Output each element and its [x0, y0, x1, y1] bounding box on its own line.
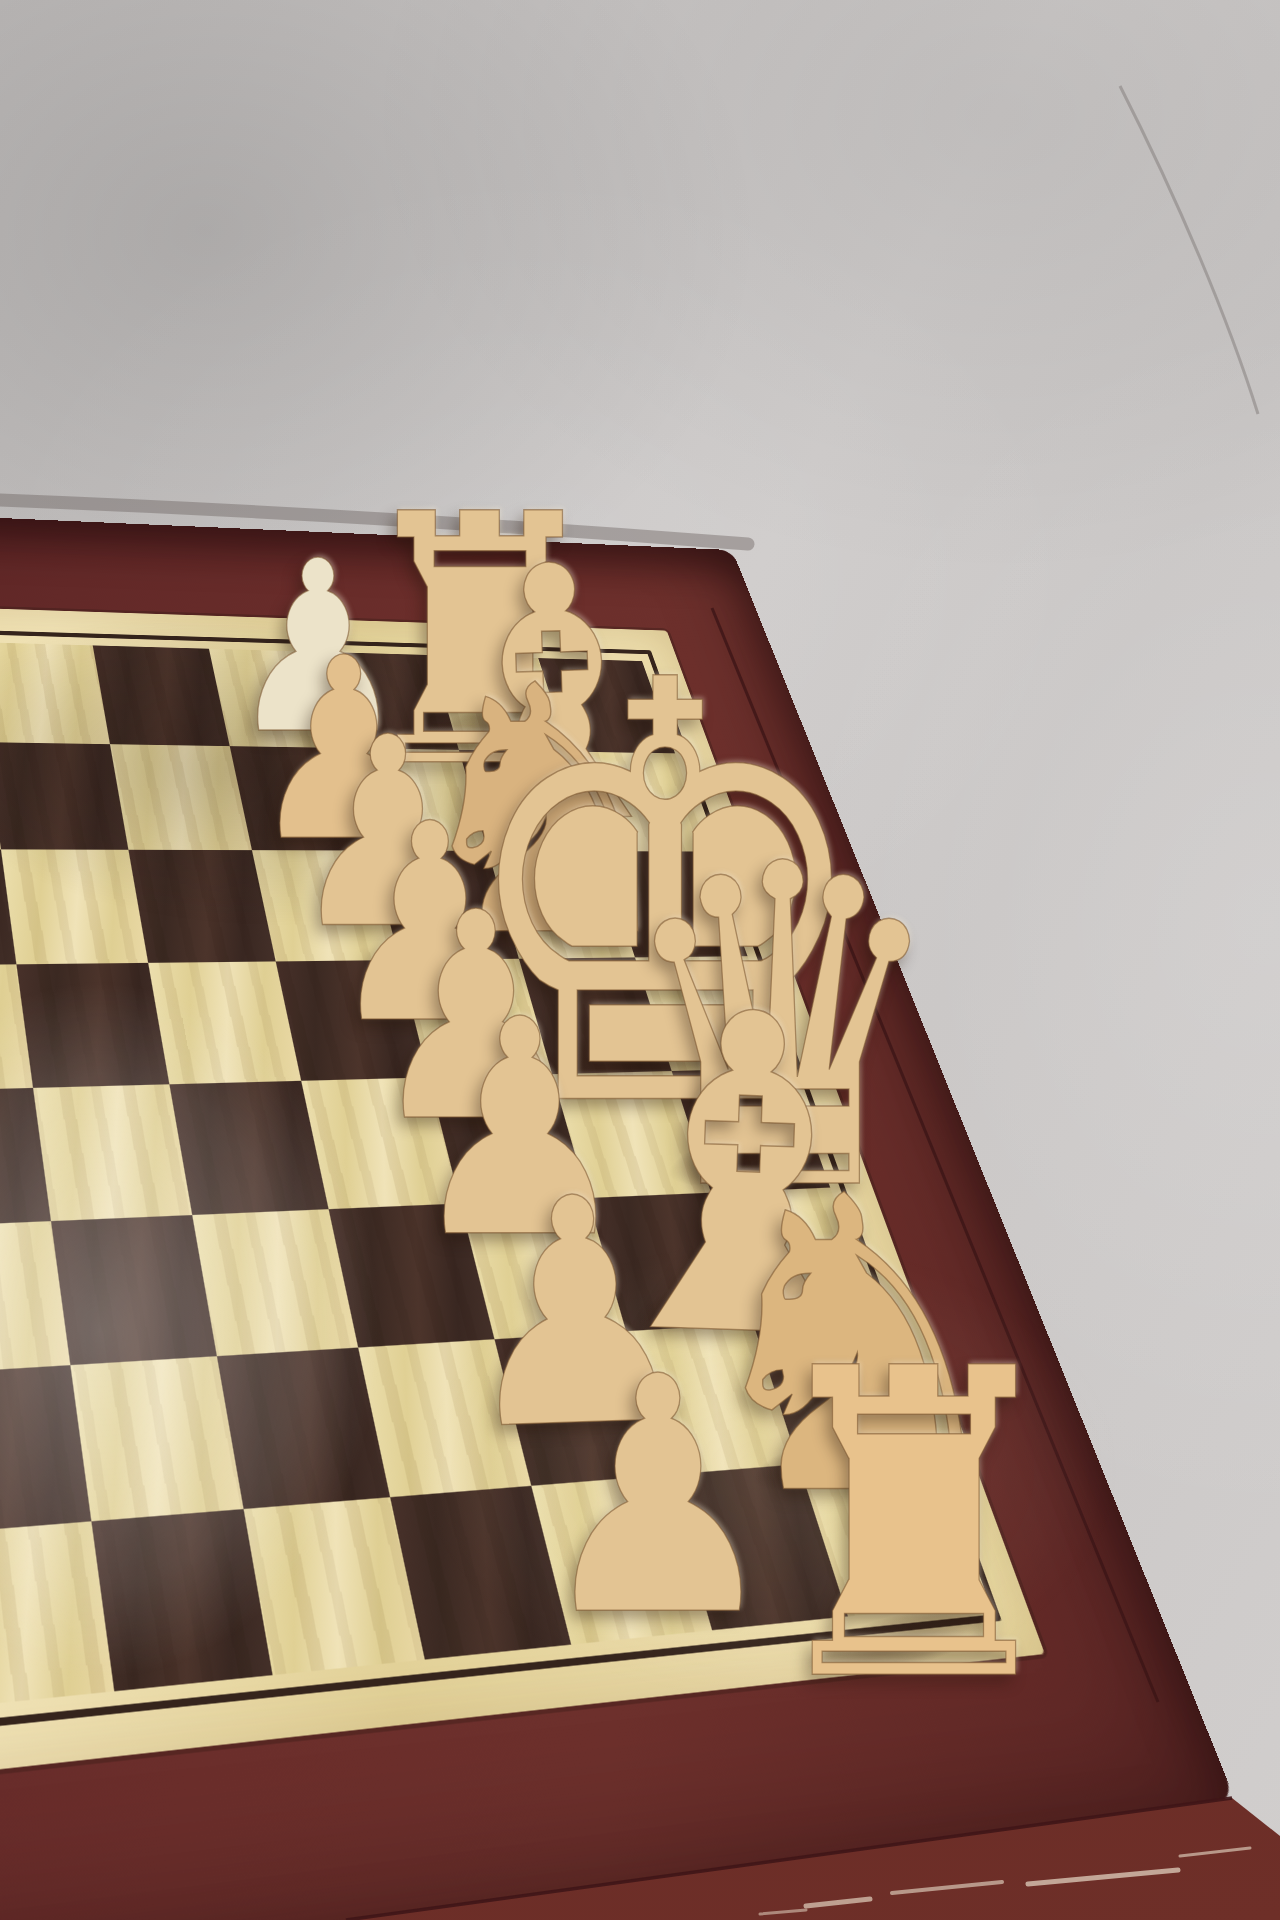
square-g6 — [70, 1356, 243, 1521]
square-a6 — [0, 642, 110, 744]
edge-scuffs — [760, 1848, 1250, 1914]
square-b5 — [110, 744, 252, 850]
square-a5 — [93, 645, 230, 746]
square-e6 — [33, 1084, 192, 1221]
photo-scene: ♜♝♞♚♛♝♞♜♟♟♟♟♟♟♟♟ Angled overhead photogr… — [0, 0, 1280, 1920]
square-h6 — [91, 1509, 272, 1691]
square-f6 — [51, 1215, 217, 1365]
square-c5 — [128, 850, 275, 963]
chess-board — [0, 498, 1236, 1920]
backdrop-fold-line — [1120, 86, 1258, 414]
square-c6 — [1, 849, 148, 964]
scene-caption: Angled overhead photograph of a dark mar… — [0, 0, 1, 1]
square-d6 — [16, 963, 169, 1088]
square-b6 — [0, 742, 128, 850]
square-d5 — [148, 961, 301, 1084]
